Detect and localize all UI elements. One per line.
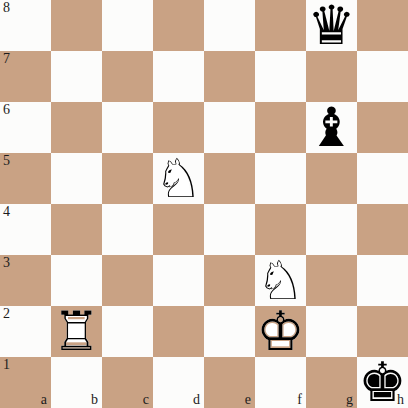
square-b4[interactable] [51,204,102,255]
file-label-b: b [91,393,98,407]
square-c6[interactable] [102,102,153,153]
white-knight-glyph: ♘ [154,153,202,204]
square-f5[interactable] [255,153,306,204]
white-rook[interactable]: ♜♖ [51,306,102,357]
white-king[interactable]: ♚♔ [255,306,306,357]
square-d3[interactable] [153,255,204,306]
rank-label-1: 1 [3,358,10,372]
file-label-c: c [143,393,149,407]
black-bishop[interactable]: ♝ [306,102,357,153]
square-a4[interactable]: 4 [0,204,51,255]
square-d7[interactable] [153,51,204,102]
rank-label-2: 2 [3,307,10,321]
square-h5[interactable] [357,153,408,204]
square-h7[interactable] [357,51,408,102]
square-h2[interactable] [357,306,408,357]
square-d4[interactable] [153,204,204,255]
square-a8[interactable]: 8 [0,0,51,51]
square-a1[interactable]: 1a [0,357,51,408]
square-a7[interactable]: 7 [0,51,51,102]
square-h1[interactable]: h♚ [357,357,408,408]
square-e8[interactable] [204,0,255,51]
black-bishop-glyph: ♝ [307,102,355,153]
black-king[interactable]: ♚ [357,357,408,408]
rank-label-4: 4 [3,205,10,219]
file-label-a: a [41,393,47,407]
square-g5[interactable] [306,153,357,204]
square-a5[interactable]: 5 [0,153,51,204]
square-e6[interactable] [204,102,255,153]
square-f6[interactable] [255,102,306,153]
square-d1[interactable]: d [153,357,204,408]
square-d6[interactable] [153,102,204,153]
rank-label-3: 3 [3,256,10,270]
white-king-glyph: ♔ [256,306,304,357]
square-c3[interactable] [102,255,153,306]
square-f3[interactable]: ♞♘ [255,255,306,306]
square-f2[interactable]: ♚♔ [255,306,306,357]
square-g6[interactable]: ♝ [306,102,357,153]
white-knight[interactable]: ♞♘ [255,255,306,306]
rank-label-7: 7 [3,52,10,66]
square-b1[interactable]: b [51,357,102,408]
white-knight-glyph: ♘ [256,255,304,306]
file-label-e: e [245,393,251,407]
rank-label-8: 8 [3,1,10,15]
square-a3[interactable]: 3 [0,255,51,306]
white-rook-glyph: ♖ [52,306,100,357]
square-b3[interactable] [51,255,102,306]
square-e2[interactable] [204,306,255,357]
square-h4[interactable] [357,204,408,255]
white-knight[interactable]: ♞♘ [153,153,204,204]
square-b6[interactable] [51,102,102,153]
file-label-g: g [346,393,353,407]
square-c2[interactable] [102,306,153,357]
square-b2[interactable]: ♜♖ [51,306,102,357]
square-a2[interactable]: 2 [0,306,51,357]
square-f8[interactable] [255,0,306,51]
square-b8[interactable] [51,0,102,51]
square-d5[interactable]: ♞♘ [153,153,204,204]
file-label-f: f [297,393,302,407]
square-a6[interactable]: 6 [0,102,51,153]
file-label-d: d [193,393,200,407]
square-g2[interactable] [306,306,357,357]
rank-label-5: 5 [3,154,10,168]
rank-label-6: 6 [3,103,10,117]
square-c1[interactable]: c [102,357,153,408]
square-e4[interactable] [204,204,255,255]
square-g7[interactable] [306,51,357,102]
square-b5[interactable] [51,153,102,204]
square-h8[interactable] [357,0,408,51]
square-g3[interactable] [306,255,357,306]
square-h3[interactable] [357,255,408,306]
square-e7[interactable] [204,51,255,102]
square-d2[interactable] [153,306,204,357]
square-c8[interactable] [102,0,153,51]
square-e5[interactable] [204,153,255,204]
black-king-glyph: ♚ [358,357,406,408]
square-c4[interactable] [102,204,153,255]
black-queen-glyph: ♛ [307,0,355,51]
square-e3[interactable] [204,255,255,306]
square-c5[interactable] [102,153,153,204]
square-d8[interactable] [153,0,204,51]
square-e1[interactable]: e [204,357,255,408]
square-b7[interactable] [51,51,102,102]
square-f4[interactable] [255,204,306,255]
square-g1[interactable]: g [306,357,357,408]
square-h6[interactable] [357,102,408,153]
square-g8[interactable]: ♛ [306,0,357,51]
square-g4[interactable] [306,204,357,255]
square-f7[interactable] [255,51,306,102]
square-c7[interactable] [102,51,153,102]
black-queen[interactable]: ♛ [306,0,357,51]
square-f1[interactable]: f [255,357,306,408]
chess-board: 8♛76♝5♞♘43♞♘2♜♖♚♔1abcdefgh♚ [0,0,408,408]
